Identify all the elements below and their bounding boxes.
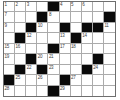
crossword-cell-r9c2[interactable] — [15, 86, 26, 96]
clue-number-8: 8 — [49, 12, 51, 17]
clue-number-20: 20 — [38, 54, 42, 59]
crossword-cell-r3c1[interactable]: 9 — [4, 23, 15, 33]
clue-number-23: 23 — [49, 65, 53, 70]
crossword-cell-r4c3[interactable]: 12 — [26, 33, 37, 43]
crossword-cell-r4c10[interactable] — [104, 33, 115, 43]
crossword-cell-r1c1[interactable]: 1 — [4, 2, 15, 12]
black-cell-r3c9 — [93, 23, 104, 33]
crossword-cell-r9c1[interactable]: 28 — [4, 86, 15, 96]
crossword-grid: 1234567891011121314151617181920212223242… — [3, 1, 116, 97]
crossword-cell-r3c5[interactable] — [48, 23, 59, 33]
clue-number-22: 22 — [27, 65, 31, 70]
clue-number-10: 10 — [38, 23, 42, 28]
black-cell-r7c4 — [37, 65, 48, 75]
crossword-cell-r2c9[interactable] — [93, 12, 104, 22]
crossword-cell-r5c8[interactable] — [82, 44, 93, 54]
clue-number-27: 27 — [71, 75, 75, 80]
clue-number-17: 17 — [60, 44, 64, 49]
black-cell-r2c4 — [37, 12, 48, 22]
crossword-cell-r2c8[interactable] — [82, 12, 93, 22]
black-cell-r1c5 — [48, 2, 59, 12]
clue-number-21: 21 — [49, 54, 53, 59]
crossword-cell-r8c3[interactable] — [26, 75, 37, 85]
crossword-cell-r7c9[interactable]: 24 — [93, 65, 104, 75]
crossword-cell-r5c10[interactable] — [104, 44, 115, 54]
crossword-cell-r1c4[interactable] — [37, 2, 48, 12]
crossword-cell-r7c10[interactable] — [104, 65, 115, 75]
clue-number-4: 4 — [60, 2, 62, 7]
clue-number-7: 7 — [5, 12, 7, 17]
black-cell-r9c5 — [48, 86, 59, 96]
crossword-cell-r2c7[interactable] — [71, 12, 82, 22]
crossword-cell-r9c10[interactable] — [104, 86, 115, 96]
clue-number-3: 3 — [27, 2, 29, 7]
crossword-cell-r2c2[interactable] — [15, 12, 26, 22]
crossword-cell-r1c9[interactable] — [93, 2, 104, 12]
clue-number-14: 14 — [82, 33, 86, 38]
clue-number-9: 9 — [5, 23, 7, 28]
crossword-cell-r9c3[interactable] — [26, 86, 37, 96]
black-cell-r3c8 — [82, 23, 93, 33]
crossword-cell-r5c7[interactable]: 18 — [71, 44, 82, 54]
crossword-cell-r7c7[interactable] — [71, 65, 82, 75]
crossword-cell-r9c9[interactable] — [93, 86, 104, 96]
clue-number-13: 13 — [60, 33, 64, 38]
crossword-cell-r6c2[interactable] — [15, 54, 26, 64]
crossword-cell-r6c1[interactable]: 19 — [4, 54, 15, 64]
black-cell-r7c2 — [15, 65, 26, 75]
black-cell-r6c9 — [93, 54, 104, 64]
crossword-cell-r3c10[interactable]: 11 — [104, 23, 115, 33]
crossword-cell-r2c1[interactable]: 7 — [4, 12, 15, 22]
crossword-cell-r6c10[interactable] — [104, 54, 115, 64]
black-cell-r8c6 — [60, 75, 71, 85]
clue-number-19: 19 — [5, 54, 9, 59]
crossword-cell-r3c7[interactable] — [71, 23, 82, 33]
crossword-cell-r8c10[interactable] — [104, 75, 115, 85]
black-cell-r2c10 — [104, 12, 115, 22]
crossword-cell-r8c2[interactable]: 25 — [15, 75, 26, 85]
clue-number-24: 24 — [93, 65, 97, 70]
crossword-cell-r4c8[interactable]: 14 — [82, 33, 93, 43]
clue-number-18: 18 — [71, 44, 75, 49]
crossword-cell-r2c3[interactable] — [26, 12, 37, 22]
black-cell-r5c5 — [48, 44, 59, 54]
black-cell-r4c2 — [15, 33, 26, 43]
crossword-cell-r6c7[interactable] — [71, 54, 82, 64]
crossword-cell-r2c6[interactable] — [60, 12, 71, 22]
crossword-cell-r1c10[interactable] — [104, 2, 115, 12]
clue-number-25: 25 — [16, 75, 20, 80]
crossword-cell-r6c6[interactable] — [60, 54, 71, 64]
clue-number-1: 1 — [5, 2, 7, 7]
crossword-cell-r7c1[interactable] — [4, 65, 15, 75]
crossword-cell-r6c5[interactable]: 21 — [48, 54, 59, 64]
crossword-cell-r9c4[interactable] — [37, 86, 48, 96]
crossword-cell-r1c2[interactable]: 2 — [15, 2, 26, 12]
crossword-cell-r4c1[interactable] — [4, 33, 15, 43]
crossword-cell-r7c5[interactable]: 23 — [48, 65, 59, 75]
clue-number-29: 29 — [60, 86, 64, 91]
crossword-cell-r4c6[interactable]: 13 — [60, 33, 71, 43]
crossword-cell-r8c9[interactable] — [93, 75, 104, 85]
clue-number-6: 6 — [82, 2, 84, 7]
clue-number-11: 11 — [104, 23, 108, 28]
black-cell-r3c3 — [26, 23, 37, 33]
crossword-cell-r4c5[interactable] — [48, 33, 59, 43]
black-cell-r8c1 — [4, 75, 15, 85]
crossword-cell-r3c2[interactable] — [15, 23, 26, 33]
crossword-cell-r5c3[interactable] — [26, 44, 37, 54]
clue-number-26: 26 — [38, 75, 42, 80]
clue-number-5: 5 — [71, 2, 73, 7]
crossword-cell-r3c4[interactable]: 10 — [37, 23, 48, 33]
crossword-cell-r5c6[interactable]: 17 — [60, 44, 71, 54]
crossword-cell-r5c9[interactable] — [93, 44, 104, 54]
clue-number-2: 2 — [16, 2, 18, 7]
crossword-cell-r7c3[interactable]: 22 — [26, 65, 37, 75]
crossword-cell-r1c7[interactable]: 5 — [71, 2, 82, 12]
crossword-cell-r6c8[interactable] — [82, 54, 93, 64]
crossword-cell-r6c4[interactable]: 20 — [37, 54, 48, 64]
clue-number-12: 12 — [27, 33, 31, 38]
crossword-cell-r1c8[interactable]: 6 — [82, 2, 93, 12]
crossword-cell-r7c6[interactable] — [60, 65, 71, 75]
crossword-cell-r8c4[interactable]: 26 — [37, 75, 48, 85]
crossword-cell-r9c7[interactable] — [71, 86, 82, 96]
black-cell-r7c8 — [82, 65, 93, 75]
black-cell-r3c6 — [60, 23, 71, 33]
crossword-cell-r9c6[interactable]: 29 — [60, 86, 71, 96]
clue-number-28: 28 — [5, 86, 9, 91]
crossword-cell-r4c4[interactable] — [37, 33, 48, 43]
clue-number-16: 16 — [16, 44, 20, 49]
crossword-cell-r9c8[interactable] — [82, 86, 93, 96]
crossword-cell-r5c4[interactable] — [37, 44, 48, 54]
crossword-cell-r8c8[interactable] — [82, 75, 93, 85]
black-cell-r4c7 — [71, 33, 82, 43]
black-cell-r6c3 — [26, 54, 37, 64]
crossword-cell-r1c6[interactable]: 4 — [60, 2, 71, 12]
crossword-cell-r5c2[interactable]: 16 — [15, 44, 26, 54]
crossword-cell-r4c9[interactable] — [93, 33, 104, 43]
crossword-cell-r2c5[interactable]: 8 — [48, 12, 59, 22]
crossword-cell-r1c3[interactable]: 3 — [26, 2, 37, 12]
crossword-cell-r5c1[interactable]: 15 — [4, 44, 15, 54]
clue-number-15: 15 — [5, 44, 9, 49]
crossword-cell-r8c5[interactable] — [48, 75, 59, 85]
crossword-cell-r8c7[interactable]: 27 — [71, 75, 82, 85]
